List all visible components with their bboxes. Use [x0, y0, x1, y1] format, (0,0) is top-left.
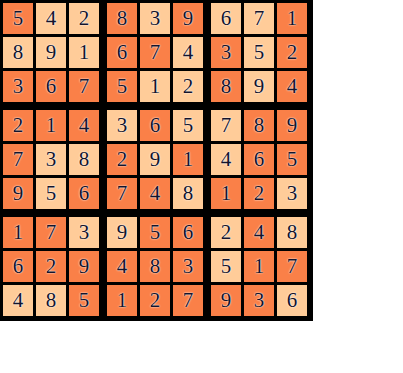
cell-r6c7[interactable]: 1: [211, 178, 241, 209]
cell-r3c2[interactable]: 6: [36, 71, 66, 102]
cell-r5c3[interactable]: 8: [69, 144, 99, 175]
sudoku-box-9: 248517936: [211, 217, 307, 316]
cell-r7c6[interactable]: 6: [173, 217, 203, 248]
cell-r6c6[interactable]: 8: [173, 178, 203, 209]
cell-r7c4[interactable]: 9: [107, 217, 137, 248]
cell-r3c7[interactable]: 8: [211, 71, 241, 102]
cell-r8c9[interactable]: 7: [277, 251, 307, 282]
cell-r4c6[interactable]: 5: [173, 110, 203, 141]
cell-r7c9[interactable]: 8: [277, 217, 307, 248]
cell-r8c7[interactable]: 5: [211, 251, 241, 282]
cell-r6c9[interactable]: 3: [277, 178, 307, 209]
cell-r3c4[interactable]: 5: [107, 71, 137, 102]
cell-r5c4[interactable]: 2: [107, 144, 137, 175]
sudoku-box-4: 214738956: [3, 110, 99, 209]
sudoku-box-2: 839674512: [107, 3, 203, 102]
cell-r7c3[interactable]: 3: [69, 217, 99, 248]
cell-r1c2[interactable]: 4: [36, 3, 66, 34]
cell-r9c3[interactable]: 5: [69, 285, 99, 316]
cell-r1c5[interactable]: 3: [140, 3, 170, 34]
cell-r4c1[interactable]: 2: [3, 110, 33, 141]
cell-r9c9[interactable]: 6: [277, 285, 307, 316]
cell-r2c8[interactable]: 5: [244, 37, 274, 68]
cell-r1c9[interactable]: 1: [277, 3, 307, 34]
cell-r2c3[interactable]: 1: [69, 37, 99, 68]
cell-r7c5[interactable]: 5: [140, 217, 170, 248]
cell-r1c7[interactable]: 6: [211, 3, 241, 34]
cell-r1c3[interactable]: 2: [69, 3, 99, 34]
sudoku-box-1: 542891367: [3, 3, 99, 102]
cell-r9c4[interactable]: 1: [107, 285, 137, 316]
cell-r6c3[interactable]: 6: [69, 178, 99, 209]
cell-r5c6[interactable]: 1: [173, 144, 203, 175]
cell-r5c2[interactable]: 3: [36, 144, 66, 175]
cell-r8c3[interactable]: 9: [69, 251, 99, 282]
cell-r9c7[interactable]: 9: [211, 285, 241, 316]
cell-r2c6[interactable]: 4: [173, 37, 203, 68]
cell-r7c2[interactable]: 7: [36, 217, 66, 248]
cell-r3c9[interactable]: 4: [277, 71, 307, 102]
cell-r6c4[interactable]: 7: [107, 178, 137, 209]
cell-r1c4[interactable]: 8: [107, 3, 137, 34]
cell-r3c6[interactable]: 2: [173, 71, 203, 102]
cell-r4c3[interactable]: 4: [69, 110, 99, 141]
cell-r8c1[interactable]: 6: [3, 251, 33, 282]
cell-r1c6[interactable]: 9: [173, 3, 203, 34]
cell-r8c8[interactable]: 1: [244, 251, 274, 282]
cell-r9c6[interactable]: 7: [173, 285, 203, 316]
cell-r3c8[interactable]: 9: [244, 71, 274, 102]
cell-r8c6[interactable]: 3: [173, 251, 203, 282]
cell-r8c5[interactable]: 8: [140, 251, 170, 282]
cell-r6c2[interactable]: 5: [36, 178, 66, 209]
cell-r3c3[interactable]: 7: [69, 71, 99, 102]
cell-r7c7[interactable]: 2: [211, 217, 241, 248]
cell-r5c1[interactable]: 7: [3, 144, 33, 175]
cell-r7c8[interactable]: 4: [244, 217, 274, 248]
sudoku-box-6: 789465123: [211, 110, 307, 209]
cell-r5c8[interactable]: 6: [244, 144, 274, 175]
cell-r9c2[interactable]: 8: [36, 285, 66, 316]
cell-r4c9[interactable]: 9: [277, 110, 307, 141]
cell-r6c8[interactable]: 2: [244, 178, 274, 209]
cell-r3c5[interactable]: 1: [140, 71, 170, 102]
cell-r4c8[interactable]: 8: [244, 110, 274, 141]
cell-r1c1[interactable]: 5: [3, 3, 33, 34]
cell-r2c5[interactable]: 7: [140, 37, 170, 68]
cell-r8c4[interactable]: 4: [107, 251, 137, 282]
cell-r7c1[interactable]: 1: [3, 217, 33, 248]
cell-r3c1[interactable]: 3: [3, 71, 33, 102]
sudoku-box-7: 173629485: [3, 217, 99, 316]
cell-r6c5[interactable]: 4: [140, 178, 170, 209]
cell-r4c4[interactable]: 3: [107, 110, 137, 141]
cell-r5c5[interactable]: 9: [140, 144, 170, 175]
cell-r9c8[interactable]: 3: [244, 285, 274, 316]
sudoku-box-5: 365291748: [107, 110, 203, 209]
cell-r4c7[interactable]: 7: [211, 110, 241, 141]
cell-r1c8[interactable]: 7: [244, 3, 274, 34]
cell-r4c5[interactable]: 6: [140, 110, 170, 141]
cell-r5c9[interactable]: 5: [277, 144, 307, 175]
cell-r5c7[interactable]: 4: [211, 144, 241, 175]
sudoku-box-8: 956483127: [107, 217, 203, 316]
cell-r6c1[interactable]: 9: [3, 178, 33, 209]
sudoku-box-3: 671352894: [211, 3, 307, 102]
cell-r9c5[interactable]: 2: [140, 285, 170, 316]
cell-r8c2[interactable]: 2: [36, 251, 66, 282]
cell-r2c1[interactable]: 8: [3, 37, 33, 68]
cell-r2c9[interactable]: 2: [277, 37, 307, 68]
cell-r2c2[interactable]: 9: [36, 37, 66, 68]
sudoku-board: 5428913678396745126713528942147389563652…: [0, 0, 313, 321]
cell-r4c2[interactable]: 1: [36, 110, 66, 141]
cell-r9c1[interactable]: 4: [3, 285, 33, 316]
cell-r2c4[interactable]: 6: [107, 37, 137, 68]
cell-r2c7[interactable]: 3: [211, 37, 241, 68]
